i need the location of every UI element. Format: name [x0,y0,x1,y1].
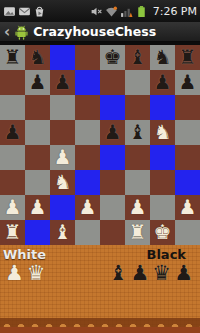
play-store-icon [33,5,46,18]
black-bishop: ♝ [129,47,147,67]
white-king: ♚ [154,222,172,242]
square-e7[interactable] [100,70,125,95]
white-pocket-label: White [3,247,46,262]
square-e3[interactable] [100,170,125,195]
square-a3[interactable] [0,170,25,195]
square-f5[interactable]: ♝ [125,120,150,145]
square-d3[interactable] [75,170,100,195]
battery-icon [135,5,148,18]
square-c2[interactable] [50,195,75,220]
square-b3[interactable] [25,170,50,195]
square-d8[interactable] [75,45,100,70]
square-b4[interactable] [25,145,50,170]
square-h6[interactable] [175,95,200,120]
gallery-icon [3,5,16,18]
black-king: ♚ [104,47,122,67]
square-d1[interactable] [75,220,100,245]
notification-icons [3,5,46,18]
white-pawn: ♟ [54,147,72,167]
square-g8[interactable]: ♞ [150,45,175,70]
square-h2[interactable]: ♟ [175,195,200,220]
tray-bottom-edge [0,327,200,333]
square-h5[interactable] [175,120,200,145]
clock: 7:26 PM [153,5,197,18]
white-pawn: ♟ [129,197,147,217]
square-e2[interactable] [100,195,125,220]
tray-border-decoration [0,318,200,327]
pocket-white-queen[interactable]: ♛ [27,263,46,284]
black-pocket: ♝♟♛♟ [109,263,193,284]
black-pawn: ♟ [179,72,197,92]
square-g4[interactable] [150,145,175,170]
square-d6[interactable] [75,95,100,120]
square-f1[interactable]: ♜ [125,220,150,245]
square-g3[interactable] [150,170,175,195]
black-bishop: ♝ [129,122,147,142]
white-pocket: ♟♛ [5,263,46,284]
white-pawn: ♟ [179,197,197,217]
pocket-black-queen[interactable]: ♛ [152,263,171,284]
square-g7[interactable]: ♟ [150,70,175,95]
app-title: CrazyhouseChess [33,24,156,39]
square-e6[interactable] [100,95,125,120]
chess-board: ♜♞♚♝♞♜♟♟♟♟♟♟♝♞♟♞♟♟♟♟♟♜♝♜♚ [0,45,200,245]
white-bishop: ♝ [54,222,72,242]
square-h7[interactable]: ♟ [175,70,200,95]
pocket-black-pawn[interactable]: ♟ [131,263,150,284]
square-a1[interactable]: ♜ [0,220,25,245]
square-c8[interactable] [50,45,75,70]
square-c4[interactable]: ♟ [50,145,75,170]
black-pawn: ♟ [104,122,122,142]
square-h8[interactable]: ♜ [175,45,200,70]
black-rook: ♜ [4,47,22,67]
square-a8[interactable]: ♜ [0,45,25,70]
square-g5[interactable]: ♞ [150,120,175,145]
white-rook: ♜ [4,222,22,242]
mute-icon [90,5,103,18]
white-rook: ♜ [129,222,147,242]
square-h1[interactable] [175,220,200,245]
square-b1[interactable] [25,220,50,245]
square-c7[interactable]: ♟ [50,70,75,95]
square-b8[interactable]: ♞ [25,45,50,70]
square-a5[interactable]: ♟ [0,120,25,145]
white-knight: ♞ [154,122,172,142]
square-c1[interactable]: ♝ [50,220,75,245]
system-status-icons: 7:26 PM [90,5,197,18]
android-robot-icon [14,24,29,40]
square-c6[interactable] [50,95,75,120]
square-b7[interactable]: ♟ [25,70,50,95]
square-e8[interactable]: ♚ [100,45,125,70]
square-h4[interactable] [175,145,200,170]
square-g1[interactable]: ♚ [150,220,175,245]
black-pawn: ♟ [29,72,47,92]
wifi-icon [105,5,118,18]
pocket-white-pawn[interactable]: ♟ [5,263,24,284]
status-bar: 7:26 PM [0,0,200,22]
square-d5[interactable] [75,120,100,145]
square-h3[interactable] [175,170,200,195]
white-pawn: ♟ [29,197,47,217]
square-b2[interactable]: ♟ [25,195,50,220]
white-knight: ♞ [54,172,72,192]
back-button[interactable]: ‹ [4,23,10,41]
black-pocket-label: Black [147,247,187,262]
black-knight: ♞ [154,47,172,67]
black-pawn: ♟ [4,122,22,142]
square-a6[interactable] [0,95,25,120]
square-f3[interactable] [125,170,150,195]
square-g6[interactable] [150,95,175,120]
signal-icon [120,5,133,18]
square-d7[interactable] [75,70,100,95]
square-e5[interactable]: ♟ [100,120,125,145]
square-f2[interactable]: ♟ [125,195,150,220]
square-e1[interactable] [100,220,125,245]
black-knight: ♞ [29,47,47,67]
square-f4[interactable] [125,145,150,170]
square-a7[interactable] [0,70,25,95]
white-pawn: ♟ [4,197,22,217]
black-pawn: ♟ [54,72,72,92]
square-d4[interactable] [75,145,100,170]
white-pawn: ♟ [79,197,97,217]
pocket-black-bishop[interactable]: ♝ [109,263,128,284]
square-c5[interactable] [50,120,75,145]
square-a4[interactable] [0,145,25,170]
pocket-black-pawn[interactable]: ♟ [174,263,193,284]
square-f8[interactable]: ♝ [125,45,150,70]
square-a2[interactable]: ♟ [0,195,25,220]
square-f7[interactable] [125,70,150,95]
black-rook: ♜ [179,47,197,67]
square-c3[interactable]: ♞ [50,170,75,195]
black-pawn: ♟ [154,72,172,92]
square-d2[interactable]: ♟ [75,195,100,220]
email-icon [18,5,31,18]
square-b6[interactable] [25,95,50,120]
action-bar: ‹ CrazyhouseChess [0,22,200,42]
pocket-tray-area: White Black ♟♛ ♝♟♛♟ [0,245,200,333]
square-b5[interactable] [25,120,50,145]
square-f6[interactable] [125,95,150,120]
square-e4[interactable] [100,145,125,170]
square-g2[interactable] [150,195,175,220]
